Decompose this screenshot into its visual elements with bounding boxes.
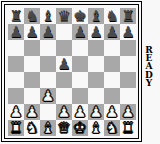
square-f1[interactable]: ♝	[88, 120, 104, 136]
square-a3[interactable]	[8, 88, 24, 104]
square-d5[interactable]: ♟	[56, 56, 72, 72]
black-pawn: ♟	[8, 24, 24, 40]
white-rook: ♜	[8, 120, 24, 136]
white-pawn: ♟	[24, 104, 40, 120]
square-g2[interactable]: ♟	[104, 104, 120, 120]
square-c8[interactable]: ♝	[40, 8, 56, 24]
white-king: ♚	[72, 120, 88, 136]
status-letter: Y	[146, 79, 152, 87]
black-knight: ♞	[104, 8, 120, 24]
status-text: R E A D Y	[143, 46, 155, 87]
white-bishop: ♝	[40, 120, 56, 136]
square-f2[interactable]: ♟	[88, 104, 104, 120]
square-g3[interactable]	[104, 88, 120, 104]
white-pawn: ♟	[120, 104, 136, 120]
white-rook: ♜	[120, 120, 136, 136]
square-g8[interactable]: ♞	[104, 8, 120, 24]
square-b7[interactable]: ♟	[24, 24, 40, 40]
black-bishop: ♝	[88, 8, 104, 24]
square-e6[interactable]	[72, 40, 88, 56]
square-g7[interactable]: ♟	[104, 24, 120, 40]
square-b2[interactable]: ♟	[24, 104, 40, 120]
white-pawn: ♟	[8, 104, 24, 120]
black-king: ♚	[72, 8, 88, 24]
square-b1[interactable]: ♞	[24, 120, 40, 136]
square-h3[interactable]	[120, 88, 136, 104]
square-c7[interactable]: ♟	[40, 24, 56, 40]
square-b3[interactable]	[24, 88, 40, 104]
square-e5[interactable]	[72, 56, 88, 72]
square-e3[interactable]	[72, 88, 88, 104]
square-f8[interactable]: ♝	[88, 8, 104, 24]
white-pawn: ♟	[104, 104, 120, 120]
square-f7[interactable]: ♟	[88, 24, 104, 40]
square-f3[interactable]	[88, 88, 104, 104]
black-bishop: ♝	[40, 8, 56, 24]
square-g1[interactable]: ♞	[104, 120, 120, 136]
square-e4[interactable]	[72, 72, 88, 88]
square-c2[interactable]	[40, 104, 56, 120]
square-b8[interactable]: ♞	[24, 8, 40, 24]
square-e8[interactable]: ♚	[72, 8, 88, 24]
white-bishop: ♝	[88, 120, 104, 136]
square-a8[interactable]: ♜	[8, 8, 24, 24]
square-h5[interactable]	[120, 56, 136, 72]
square-d1[interactable]: ♛	[56, 120, 72, 136]
white-knight: ♞	[104, 120, 120, 136]
square-f6[interactable]	[88, 40, 104, 56]
square-c1[interactable]: ♝	[40, 120, 56, 136]
square-b6[interactable]	[24, 40, 40, 56]
square-e7[interactable]: ♟	[72, 24, 88, 40]
square-a6[interactable]	[8, 40, 24, 56]
white-knight: ♞	[24, 120, 40, 136]
square-d4[interactable]	[56, 72, 72, 88]
black-rook: ♜	[8, 8, 24, 24]
black-pawn: ♟	[120, 24, 136, 40]
black-rook: ♜	[120, 8, 136, 24]
square-d8[interactable]: ♛	[56, 8, 72, 24]
white-pawn: ♟	[88, 104, 104, 120]
square-e1[interactable]: ♚	[72, 120, 88, 136]
square-a2[interactable]: ♟	[8, 104, 24, 120]
square-c5[interactable]	[40, 56, 56, 72]
black-pawn: ♟	[24, 24, 40, 40]
white-pawn: ♟	[56, 104, 72, 120]
board-grid: ♜♞♝♛♚♝♞♜♟♟♟♟♟♟♟♟♟♟♟♟♟♟♟♟♜♞♝♛♚♝♞♜	[8, 8, 136, 136]
square-a4[interactable]	[8, 72, 24, 88]
square-d7[interactable]	[56, 24, 72, 40]
square-d6[interactable]	[56, 40, 72, 56]
black-pawn: ♟	[88, 24, 104, 40]
black-pawn: ♟	[72, 24, 88, 40]
square-a7[interactable]: ♟	[8, 24, 24, 40]
black-pawn: ♟	[104, 24, 120, 40]
black-pawn: ♟	[40, 24, 56, 40]
square-h8[interactable]: ♜	[120, 8, 136, 24]
square-h6[interactable]	[120, 40, 136, 56]
square-h1[interactable]: ♜	[120, 120, 136, 136]
screen: ♜♞♝♛♚♝♞♜♟♟♟♟♟♟♟♟♟♟♟♟♟♟♟♟♜♞♝♛♚♝♞♜ R E A D…	[0, 0, 160, 144]
square-d3[interactable]	[56, 88, 72, 104]
square-h4[interactable]	[120, 72, 136, 88]
square-f4[interactable]	[88, 72, 104, 88]
square-b4[interactable]	[24, 72, 40, 88]
black-pawn: ♟	[56, 56, 72, 72]
black-queen: ♛	[56, 8, 72, 24]
square-c6[interactable]	[40, 40, 56, 56]
square-b5[interactable]	[24, 56, 40, 72]
square-g6[interactable]	[104, 40, 120, 56]
square-h2[interactable]: ♟	[120, 104, 136, 120]
square-a5[interactable]	[8, 56, 24, 72]
white-pawn: ♟	[40, 88, 56, 104]
white-pawn: ♟	[72, 104, 88, 120]
square-g4[interactable]	[104, 72, 120, 88]
square-f5[interactable]	[88, 56, 104, 72]
black-knight: ♞	[24, 8, 40, 24]
square-c3[interactable]: ♟	[40, 88, 56, 104]
square-h7[interactable]: ♟	[120, 24, 136, 40]
square-d2[interactable]: ♟	[56, 104, 72, 120]
square-a1[interactable]: ♜	[8, 120, 24, 136]
square-c4[interactable]	[40, 72, 56, 88]
square-g5[interactable]	[104, 56, 120, 72]
white-queen: ♛	[56, 120, 72, 136]
square-e2[interactable]: ♟	[72, 104, 88, 120]
